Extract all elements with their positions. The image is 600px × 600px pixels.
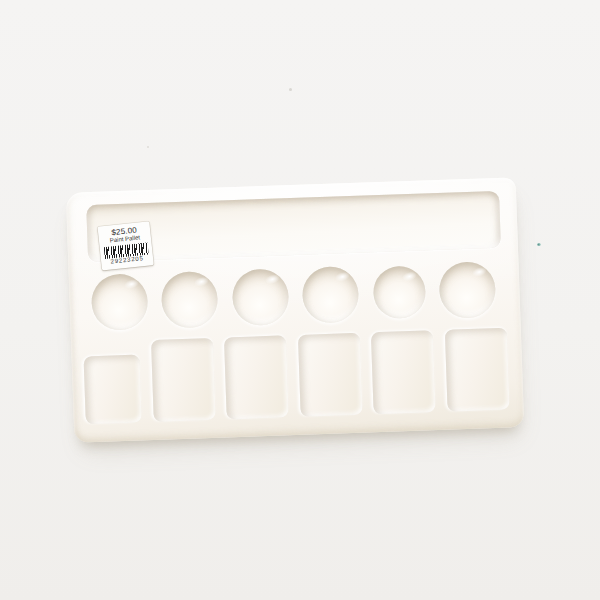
square-well (298, 333, 363, 417)
paint-palette: $25.00 Paint Pallet 29223205 (66, 177, 524, 443)
square-well (445, 328, 510, 412)
round-well (302, 266, 360, 324)
dust-speck (537, 243, 541, 246)
round-well (91, 273, 149, 331)
round-well (161, 271, 219, 329)
round-well (372, 265, 426, 319)
round-well (438, 261, 496, 319)
dust-speck (147, 146, 149, 148)
round-well (231, 268, 289, 326)
photo-scene: $25.00 Paint Pallet 29223205 (0, 0, 600, 600)
round-wells-row (91, 260, 497, 332)
square-wells-row (83, 328, 510, 427)
square-well (371, 330, 436, 414)
square-well (151, 338, 216, 422)
square-well (224, 335, 289, 419)
dust-speck (289, 88, 292, 91)
square-well (83, 354, 141, 424)
price-sticker: $25.00 Paint Pallet 29223205 (98, 221, 154, 270)
